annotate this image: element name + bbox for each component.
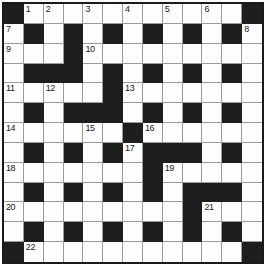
- cell-r13c8[interactable]: [143, 242, 163, 262]
- cell-r11c1[interactable]: 20: [4, 202, 24, 222]
- black-cell-r6c8: [143, 103, 163, 123]
- cell-r2c11[interactable]: [202, 24, 222, 44]
- cell-r13c10[interactable]: [183, 242, 203, 262]
- black-cell-r8c10: [183, 143, 203, 163]
- cell-r8c3[interactable]: [44, 143, 64, 163]
- cell-r12c3[interactable]: [44, 222, 64, 242]
- cell-r10c1[interactable]: [4, 183, 24, 203]
- clue-number-12: 12: [46, 83, 55, 94]
- cell-r11c3[interactable]: [44, 202, 64, 222]
- cell-r5c12[interactable]: [222, 83, 242, 103]
- black-cell-r9c8: [143, 163, 163, 183]
- cell-r10c13[interactable]: [242, 183, 262, 203]
- black-cell-r2c12: [222, 24, 242, 44]
- cell-r3c11[interactable]: [202, 44, 222, 64]
- cell-r4c13[interactable]: [242, 64, 262, 84]
- cell-r7c12[interactable]: [222, 123, 242, 143]
- black-cell-r2c2: [24, 24, 44, 44]
- clue-number-6: 6: [204, 4, 209, 15]
- black-cell-r2c4: [64, 24, 84, 44]
- black-cell-r6c5: [83, 103, 103, 123]
- cell-r4c9[interactable]: [163, 64, 183, 84]
- black-cell-r6c2: [24, 103, 44, 123]
- cell-r9c13[interactable]: [242, 163, 262, 183]
- cell-r1c8[interactable]: [143, 4, 163, 24]
- cell-r5c5[interactable]: [83, 83, 103, 103]
- clue-number-13: 13: [125, 83, 134, 94]
- cell-r6c13[interactable]: [242, 103, 262, 123]
- cell-r3c7[interactable]: [123, 44, 143, 64]
- cell-r4c1[interactable]: [4, 64, 24, 84]
- cell-r7c5[interactable]: 15: [83, 123, 103, 143]
- black-cell-r12c8: [143, 222, 163, 242]
- cell-r1c11[interactable]: 6: [202, 4, 222, 24]
- cell-r9c1[interactable]: 18: [4, 163, 24, 183]
- cell-r10c9[interactable]: [163, 183, 183, 203]
- black-cell-r4c2: [24, 64, 44, 84]
- black-cell-r12c10: [183, 222, 203, 242]
- cell-r8c13[interactable]: [242, 143, 262, 163]
- black-cell-r4c4: [64, 64, 84, 84]
- black-cell-r6c10: [183, 103, 203, 123]
- black-cell-r4c12: [222, 64, 242, 84]
- cell-r1c7[interactable]: 4: [123, 4, 143, 24]
- cell-r12c5[interactable]: [83, 222, 103, 242]
- cell-r11c11[interactable]: 21: [202, 202, 222, 222]
- cell-r12c7[interactable]: [123, 222, 143, 242]
- cell-r3c13[interactable]: [242, 44, 262, 64]
- cell-r2c5[interactable]: [83, 24, 103, 44]
- cell-r7c3[interactable]: [44, 123, 64, 143]
- clue-number-2: 2: [46, 4, 51, 15]
- cell-r4c7[interactable]: [123, 64, 143, 84]
- cell-r10c5[interactable]: [83, 183, 103, 203]
- cell-r7c10[interactable]: [183, 123, 203, 143]
- cell-r2c9[interactable]: [163, 24, 183, 44]
- black-cell-r1c13: [242, 4, 262, 24]
- cell-r10c7[interactable]: [123, 183, 143, 203]
- cell-r3c2[interactable]: [24, 44, 44, 64]
- clue-number-14: 14: [6, 123, 15, 134]
- clue-number-16: 16: [145, 123, 154, 134]
- black-cell-r4c8: [143, 64, 163, 84]
- black-cell-r12c2: [24, 222, 44, 242]
- black-cell-r8c4: [64, 143, 84, 163]
- cell-r2c3[interactable]: [44, 24, 64, 44]
- cell-r7c1[interactable]: 14: [4, 123, 24, 143]
- cell-r3c9[interactable]: [163, 44, 183, 64]
- cell-r7c8[interactable]: 16: [143, 123, 163, 143]
- clue-number-19: 19: [165, 163, 174, 174]
- black-cell-r10c6: [103, 183, 123, 203]
- cell-r13c3[interactable]: [44, 242, 64, 262]
- cell-r6c7[interactable]: [123, 103, 143, 123]
- black-cell-r12c4: [64, 222, 84, 242]
- cell-r9c5[interactable]: [83, 163, 103, 183]
- clue-number-18: 18: [6, 163, 15, 174]
- black-cell-r2c6: [103, 24, 123, 44]
- cell-r1c5[interactable]: 3: [83, 4, 103, 24]
- clue-number-22: 22: [26, 242, 35, 253]
- cell-r13c2[interactable]: 22: [24, 242, 44, 262]
- cell-r5c3[interactable]: 12: [44, 83, 64, 103]
- cell-r1c9[interactable]: 5: [163, 4, 183, 24]
- crossword-grid: 12345678910111213141516171819202122: [2, 2, 264, 264]
- black-cell-r11c10: [183, 202, 203, 222]
- cell-r3c8[interactable]: [143, 44, 163, 64]
- cell-r9c3[interactable]: [44, 163, 64, 183]
- cell-r9c6[interactable]: [103, 163, 123, 183]
- cell-r7c11[interactable]: [202, 123, 222, 143]
- cell-r7c4[interactable]: [64, 123, 84, 143]
- black-cell-r12c6: [103, 222, 123, 242]
- black-cell-r8c8: [143, 143, 163, 163]
- clue-number-11: 11: [6, 83, 15, 94]
- cell-r6c9[interactable]: [163, 103, 183, 123]
- cell-r5c4[interactable]: [64, 83, 84, 103]
- cell-r1c12[interactable]: [222, 4, 242, 24]
- cell-r9c11[interactable]: [202, 163, 222, 183]
- black-cell-r10c8: [143, 183, 163, 203]
- cell-r11c8[interactable]: [143, 202, 163, 222]
- cell-r11c12[interactable]: [222, 202, 242, 222]
- cell-r5c13[interactable]: [242, 83, 262, 103]
- cell-r9c10[interactable]: [183, 163, 203, 183]
- cell-r1c3[interactable]: 2: [44, 4, 64, 24]
- cell-r9c4[interactable]: [64, 163, 84, 183]
- cell-r3c1[interactable]: 9: [4, 44, 24, 64]
- cell-r3c3[interactable]: [44, 44, 64, 64]
- cell-r8c11[interactable]: [202, 143, 222, 163]
- cell-r6c1[interactable]: [4, 103, 24, 123]
- clue-number-3: 3: [85, 4, 90, 15]
- cell-r7c2[interactable]: [24, 123, 44, 143]
- black-cell-r10c11: [202, 183, 222, 203]
- black-cell-r4c10: [183, 64, 203, 84]
- cell-r5c11[interactable]: [202, 83, 222, 103]
- cell-r10c3[interactable]: [44, 183, 64, 203]
- cell-r1c10[interactable]: [183, 4, 203, 24]
- cell-r13c5[interactable]: [83, 242, 103, 262]
- cell-r11c7[interactable]: [123, 202, 143, 222]
- cell-r11c9[interactable]: [163, 202, 183, 222]
- cell-r11c4[interactable]: [64, 202, 84, 222]
- clue-number-5: 5: [165, 4, 170, 15]
- cell-r11c2[interactable]: [24, 202, 44, 222]
- cell-r4c11[interactable]: [202, 64, 222, 84]
- black-cell-r3c4: [64, 44, 84, 64]
- clue-number-21: 21: [204, 202, 213, 213]
- cell-r1c4[interactable]: [64, 4, 84, 24]
- black-cell-r5c6: [103, 83, 123, 103]
- cell-r9c7[interactable]: [123, 163, 143, 183]
- cell-r12c11[interactable]: [202, 222, 222, 242]
- cell-r11c13[interactable]: [242, 202, 262, 222]
- black-cell-r10c2: [24, 183, 44, 203]
- cell-r13c12[interactable]: [222, 242, 242, 262]
- cell-r9c9[interactable]: 19: [163, 163, 183, 183]
- cell-r12c13[interactable]: [242, 222, 262, 242]
- clue-number-8: 8: [244, 24, 249, 35]
- black-cell-r6c12: [222, 103, 242, 123]
- cell-r1c6[interactable]: [103, 4, 123, 24]
- black-cell-r13c1: [4, 242, 24, 262]
- black-cell-r10c4: [64, 183, 84, 203]
- clue-number-17: 17: [125, 143, 134, 154]
- cell-r13c9[interactable]: [163, 242, 183, 262]
- black-cell-r10c10: [183, 183, 203, 203]
- cell-r5c10[interactable]: [183, 83, 203, 103]
- cell-r9c2[interactable]: [24, 163, 44, 183]
- black-cell-r8c12: [222, 143, 242, 163]
- cell-r8c1[interactable]: [4, 143, 24, 163]
- clue-number-1: 1: [26, 4, 31, 15]
- cell-r5c9[interactable]: [163, 83, 183, 103]
- cell-r13c6[interactable]: [103, 242, 123, 262]
- cell-r1c2[interactable]: 1: [24, 4, 44, 24]
- clue-number-15: 15: [85, 123, 94, 134]
- cell-r5c2[interactable]: [24, 83, 44, 103]
- cell-r3c10[interactable]: [183, 44, 203, 64]
- black-cell-r13c13: [242, 242, 262, 262]
- cell-r4c5[interactable]: [83, 64, 103, 84]
- cell-r8c5[interactable]: [83, 143, 103, 163]
- black-cell-r1c1: [4, 4, 24, 24]
- cell-r3c6[interactable]: [103, 44, 123, 64]
- cell-r12c1[interactable]: [4, 222, 24, 242]
- cell-r2c13[interactable]: 8: [242, 24, 262, 44]
- cell-r5c7[interactable]: 13: [123, 83, 143, 103]
- black-cell-r2c10: [183, 24, 203, 44]
- black-cell-r6c6: [103, 103, 123, 123]
- black-cell-r4c3: [44, 64, 64, 84]
- cell-r13c4[interactable]: [64, 242, 84, 262]
- cell-r5c1[interactable]: 11: [4, 83, 24, 103]
- black-cell-r4c6: [103, 64, 123, 84]
- clue-number-9: 9: [6, 44, 11, 55]
- cell-r2c1[interactable]: 7: [4, 24, 24, 44]
- cell-r7c13[interactable]: [242, 123, 262, 143]
- cell-r12c9[interactable]: [163, 222, 183, 242]
- black-cell-r8c2: [24, 143, 44, 163]
- black-cell-r8c6: [103, 143, 123, 163]
- black-cell-r10c12: [222, 183, 242, 203]
- cell-r3c12[interactable]: [222, 44, 242, 64]
- cell-r9c12[interactable]: [222, 163, 242, 183]
- cell-r3c5[interactable]: 10: [83, 44, 103, 64]
- cell-r13c7[interactable]: [123, 242, 143, 262]
- cell-r7c6[interactable]: [103, 123, 123, 143]
- cell-r11c5[interactable]: [83, 202, 103, 222]
- cell-r6c11[interactable]: [202, 103, 222, 123]
- clue-number-7: 7: [6, 24, 11, 35]
- cell-r6c3[interactable]: [44, 103, 64, 123]
- black-cell-r2c8: [143, 24, 163, 44]
- black-cell-r8c9: [163, 143, 183, 163]
- cell-r5c8[interactable]: [143, 83, 163, 103]
- clue-number-10: 10: [85, 44, 94, 55]
- clue-number-4: 4: [125, 4, 130, 15]
- black-cell-r12c12: [222, 222, 242, 242]
- cell-r11c6[interactable]: [103, 202, 123, 222]
- black-cell-r6c4: [64, 103, 84, 123]
- black-cell-r7c7: [123, 123, 143, 143]
- clue-number-20: 20: [6, 202, 15, 213]
- cell-r7c9[interactable]: [163, 123, 183, 143]
- cell-r13c11[interactable]: [202, 242, 222, 262]
- crossword-board: 12345678910111213141516171819202122: [0, 0, 266, 266]
- cell-r8c7[interactable]: 17: [123, 143, 143, 163]
- cell-r2c7[interactable]: [123, 24, 143, 44]
